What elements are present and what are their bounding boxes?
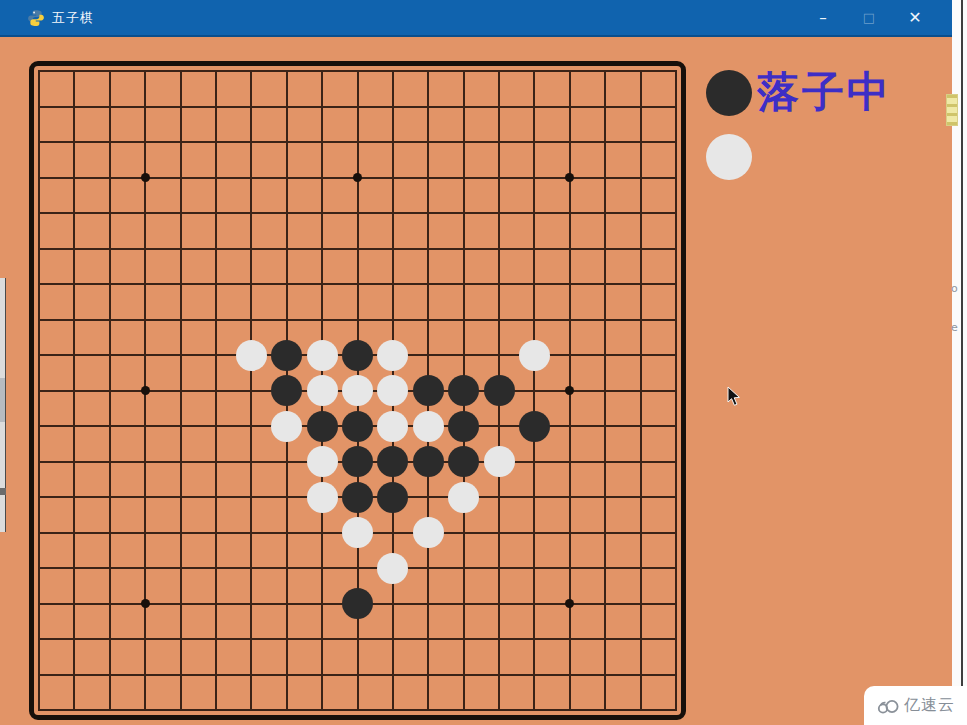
- board-cell[interactable]: [429, 179, 464, 215]
- board-cell[interactable]: [40, 321, 75, 357]
- board-cell[interactable]: [288, 640, 323, 676]
- maximize-button[interactable]: □: [846, 0, 892, 35]
- board-cell[interactable]: [465, 605, 500, 641]
- board-cell[interactable]: [288, 534, 323, 570]
- board-cell[interactable]: [217, 605, 252, 641]
- board-cell[interactable]: [288, 179, 323, 215]
- board-cell[interactable]: [394, 321, 429, 357]
- board-cell[interactable]: [288, 392, 323, 428]
- board-cell[interactable]: [535, 463, 570, 499]
- board-cell[interactable]: [323, 640, 358, 676]
- board-cell[interactable]: [359, 108, 394, 144]
- board-cell[interactable]: [288, 356, 323, 392]
- board-cell[interactable]: [465, 676, 500, 712]
- board-cell[interactable]: [535, 143, 570, 179]
- board-cell[interactable]: [606, 356, 641, 392]
- board-cell[interactable]: [571, 214, 606, 250]
- board-cell[interactable]: [288, 72, 323, 108]
- board-cell[interactable]: [40, 72, 75, 108]
- board-cell[interactable]: [642, 143, 677, 179]
- board-cell[interactable]: [146, 676, 181, 712]
- board-cell[interactable]: [182, 179, 217, 215]
- minimize-button[interactable]: –: [800, 0, 846, 35]
- board-cell[interactable]: [535, 676, 570, 712]
- board-cell[interactable]: [288, 108, 323, 144]
- board-cell[interactable]: [535, 640, 570, 676]
- board-cell[interactable]: [535, 250, 570, 286]
- board-cell[interactable]: [146, 321, 181, 357]
- board-cell[interactable]: [571, 179, 606, 215]
- board-cell[interactable]: [146, 605, 181, 641]
- board-cell[interactable]: [217, 463, 252, 499]
- board-cell[interactable]: [40, 179, 75, 215]
- board-cell[interactable]: [571, 321, 606, 357]
- board-cell[interactable]: [182, 676, 217, 712]
- board-cell[interactable]: [323, 72, 358, 108]
- board-cell[interactable]: [40, 569, 75, 605]
- board-cell[interactable]: [40, 427, 75, 463]
- board-cell[interactable]: [606, 640, 641, 676]
- board-cell[interactable]: [394, 392, 429, 428]
- board-cell[interactable]: [500, 569, 535, 605]
- board-cell[interactable]: [394, 250, 429, 286]
- board-cell[interactable]: [288, 605, 323, 641]
- board-cell[interactable]: [394, 569, 429, 605]
- board-cell[interactable]: [323, 463, 358, 499]
- board-cell[interactable]: [394, 605, 429, 641]
- board-cell[interactable]: [642, 534, 677, 570]
- board-cell[interactable]: [606, 72, 641, 108]
- board-cell[interactable]: [429, 427, 464, 463]
- board-cell[interactable]: [394, 534, 429, 570]
- board-cell[interactable]: [217, 676, 252, 712]
- board-cell[interactable]: [535, 285, 570, 321]
- board-cell[interactable]: [288, 569, 323, 605]
- board-cell[interactable]: [359, 72, 394, 108]
- board-cell[interactable]: [40, 143, 75, 179]
- board-cell[interactable]: [500, 463, 535, 499]
- board-cell[interactable]: [500, 534, 535, 570]
- board-cell[interactable]: [182, 427, 217, 463]
- board-cell[interactable]: [535, 605, 570, 641]
- board-cell[interactable]: [359, 427, 394, 463]
- python-icon[interactable]: [27, 9, 45, 27]
- board-cell[interactable]: [394, 640, 429, 676]
- board-cell[interactable]: [535, 392, 570, 428]
- board-cell[interactable]: [465, 214, 500, 250]
- board-cell[interactable]: [465, 534, 500, 570]
- board-cell[interactable]: [535, 569, 570, 605]
- board-cell[interactable]: [394, 214, 429, 250]
- board-cell[interactable]: [465, 321, 500, 357]
- board-cell[interactable]: [111, 676, 146, 712]
- board-cell[interactable]: [75, 321, 110, 357]
- board-cell[interactable]: [146, 427, 181, 463]
- board-cell[interactable]: [571, 108, 606, 144]
- board-cell[interactable]: [359, 498, 394, 534]
- board-cell[interactable]: [500, 214, 535, 250]
- board-cell[interactable]: [500, 285, 535, 321]
- board-cell[interactable]: [642, 285, 677, 321]
- board-cell[interactable]: [217, 179, 252, 215]
- board-cell[interactable]: [359, 356, 394, 392]
- board-cell[interactable]: [465, 569, 500, 605]
- board-cell[interactable]: [571, 356, 606, 392]
- board-cell[interactable]: [535, 214, 570, 250]
- board-cell[interactable]: [288, 321, 323, 357]
- board-cell[interactable]: [111, 214, 146, 250]
- board-cell[interactable]: [217, 392, 252, 428]
- board-cell[interactable]: [394, 498, 429, 534]
- board-cell[interactable]: [642, 392, 677, 428]
- board-cell[interactable]: [217, 321, 252, 357]
- board-cell[interactable]: [40, 356, 75, 392]
- board-cell[interactable]: [111, 108, 146, 144]
- board-cell[interactable]: [111, 463, 146, 499]
- board-cell[interactable]: [642, 250, 677, 286]
- board-cell[interactable]: [111, 72, 146, 108]
- board-cell[interactable]: [75, 534, 110, 570]
- board-cell[interactable]: [429, 676, 464, 712]
- board-cell[interactable]: [111, 143, 146, 179]
- board-cell[interactable]: [217, 143, 252, 179]
- board-cell[interactable]: [146, 179, 181, 215]
- board-cell[interactable]: [323, 569, 358, 605]
- board-cell[interactable]: [394, 108, 429, 144]
- board-cell[interactable]: [465, 640, 500, 676]
- board-cell[interactable]: [111, 569, 146, 605]
- board-cell[interactable]: [606, 676, 641, 712]
- board-cell[interactable]: [252, 640, 287, 676]
- board-cell[interactable]: [40, 463, 75, 499]
- board-cell[interactable]: [252, 534, 287, 570]
- board-cell[interactable]: [182, 534, 217, 570]
- board-cell[interactable]: [465, 498, 500, 534]
- board-cell[interactable]: [500, 605, 535, 641]
- board-cell[interactable]: [288, 463, 323, 499]
- board-cell[interactable]: [252, 108, 287, 144]
- board-cell[interactable]: [182, 321, 217, 357]
- board-cell[interactable]: [75, 143, 110, 179]
- board-cell[interactable]: [535, 179, 570, 215]
- board-cell[interactable]: [217, 285, 252, 321]
- board-cell[interactable]: [429, 498, 464, 534]
- board-cell[interactable]: [535, 534, 570, 570]
- board-cell[interactable]: [642, 356, 677, 392]
- board-cell[interactable]: [217, 356, 252, 392]
- board-cell[interactable]: [323, 498, 358, 534]
- board-cell[interactable]: [252, 250, 287, 286]
- board-cell[interactable]: [182, 72, 217, 108]
- board-cell[interactable]: [642, 108, 677, 144]
- board-cell[interactable]: [429, 569, 464, 605]
- board-cell[interactable]: [606, 321, 641, 357]
- board-cell[interactable]: [500, 108, 535, 144]
- board-cell[interactable]: [359, 321, 394, 357]
- board-cell[interactable]: [606, 179, 641, 215]
- board-cell[interactable]: [288, 214, 323, 250]
- board-cell[interactable]: [75, 250, 110, 286]
- board-cell[interactable]: [288, 676, 323, 712]
- board-cell[interactable]: [359, 463, 394, 499]
- board-cell[interactable]: [217, 427, 252, 463]
- board-cell[interactable]: [571, 72, 606, 108]
- board-cell[interactable]: [40, 392, 75, 428]
- board-cell[interactable]: [394, 285, 429, 321]
- board-cell[interactable]: [359, 640, 394, 676]
- board-cell[interactable]: [642, 569, 677, 605]
- board-cell[interactable]: [429, 392, 464, 428]
- board-cell[interactable]: [111, 356, 146, 392]
- board-cell[interactable]: [571, 285, 606, 321]
- board-cell[interactable]: [75, 392, 110, 428]
- board-cell[interactable]: [146, 250, 181, 286]
- board-cell[interactable]: [146, 72, 181, 108]
- board-cell[interactable]: [182, 143, 217, 179]
- board-cell[interactable]: [571, 427, 606, 463]
- board-cell[interactable]: [182, 605, 217, 641]
- board-cell[interactable]: [429, 108, 464, 144]
- board-cell[interactable]: [75, 285, 110, 321]
- board-cell[interactable]: [146, 640, 181, 676]
- board-cell[interactable]: [182, 285, 217, 321]
- board-cell[interactable]: [288, 427, 323, 463]
- board-cell[interactable]: [535, 321, 570, 357]
- board-cell[interactable]: [40, 605, 75, 641]
- board-cell[interactable]: [146, 108, 181, 144]
- board-cell[interactable]: [75, 569, 110, 605]
- board-cell[interactable]: [642, 676, 677, 712]
- board-cell[interactable]: [252, 179, 287, 215]
- board-cell[interactable]: [252, 285, 287, 321]
- board-cell[interactable]: [40, 534, 75, 570]
- board-cell[interactable]: [571, 534, 606, 570]
- board-cell[interactable]: [571, 640, 606, 676]
- board-cell[interactable]: [40, 640, 75, 676]
- board-cell[interactable]: [500, 392, 535, 428]
- board-cell[interactable]: [642, 427, 677, 463]
- board-cell[interactable]: [75, 463, 110, 499]
- board-cell[interactable]: [252, 569, 287, 605]
- board-cell[interactable]: [500, 72, 535, 108]
- board-cell[interactable]: [182, 214, 217, 250]
- board-cell[interactable]: [146, 569, 181, 605]
- board-cell[interactable]: [606, 214, 641, 250]
- board-cell[interactable]: [252, 605, 287, 641]
- board-cell[interactable]: [394, 179, 429, 215]
- board-cell[interactable]: [429, 214, 464, 250]
- board-cell[interactable]: [323, 676, 358, 712]
- board-cell[interactable]: [111, 321, 146, 357]
- board-cell[interactable]: [571, 569, 606, 605]
- board-cell[interactable]: [606, 392, 641, 428]
- board-cell[interactable]: [252, 356, 287, 392]
- board-cell[interactable]: [288, 250, 323, 286]
- board-cell[interactable]: [75, 605, 110, 641]
- board-cell[interactable]: [182, 640, 217, 676]
- board-cell[interactable]: [252, 72, 287, 108]
- board-cell[interactable]: [323, 108, 358, 144]
- close-button[interactable]: ✕: [892, 0, 938, 35]
- board-cell[interactable]: [252, 463, 287, 499]
- board-cell[interactable]: [465, 427, 500, 463]
- board-cell[interactable]: [465, 250, 500, 286]
- board-cell[interactable]: [606, 285, 641, 321]
- board-cell[interactable]: [288, 498, 323, 534]
- board-cell[interactable]: [323, 427, 358, 463]
- board-cell[interactable]: [465, 108, 500, 144]
- board-cell[interactable]: [75, 214, 110, 250]
- board-cell[interactable]: [500, 498, 535, 534]
- board-cell[interactable]: [606, 143, 641, 179]
- board-cell[interactable]: [500, 143, 535, 179]
- board-cell[interactable]: [111, 498, 146, 534]
- board-cell[interactable]: [40, 108, 75, 144]
- board-cell[interactable]: [429, 143, 464, 179]
- board-cell[interactable]: [500, 321, 535, 357]
- board-cell[interactable]: [359, 285, 394, 321]
- board-cell[interactable]: [75, 498, 110, 534]
- board-cell[interactable]: [606, 569, 641, 605]
- board-cell[interactable]: [75, 72, 110, 108]
- board-cell[interactable]: [535, 498, 570, 534]
- board-cell[interactable]: [571, 498, 606, 534]
- board-cell[interactable]: [146, 498, 181, 534]
- board-cell[interactable]: [111, 179, 146, 215]
- board-cell[interactable]: [75, 108, 110, 144]
- board-cell[interactable]: [465, 143, 500, 179]
- board-cell[interactable]: [642, 321, 677, 357]
- board-cell[interactable]: [465, 463, 500, 499]
- board-cell[interactable]: [111, 427, 146, 463]
- board-cell[interactable]: [182, 250, 217, 286]
- board-cell[interactable]: [252, 676, 287, 712]
- board-cell[interactable]: [146, 463, 181, 499]
- board-cell[interactable]: [606, 250, 641, 286]
- board-cell[interactable]: [75, 640, 110, 676]
- board-cell[interactable]: [606, 498, 641, 534]
- board-cell[interactable]: [535, 427, 570, 463]
- board-cell[interactable]: [465, 72, 500, 108]
- board-cell[interactable]: [394, 427, 429, 463]
- board-cell[interactable]: [465, 356, 500, 392]
- board-cell[interactable]: [182, 356, 217, 392]
- board-cell[interactable]: [323, 179, 358, 215]
- board-cell[interactable]: [288, 285, 323, 321]
- board-cell[interactable]: [606, 427, 641, 463]
- board-cell[interactable]: [111, 640, 146, 676]
- board-cell[interactable]: [429, 463, 464, 499]
- board-cell[interactable]: [359, 250, 394, 286]
- board-cell[interactable]: [359, 214, 394, 250]
- board-cell[interactable]: [571, 143, 606, 179]
- board-cell[interactable]: [429, 72, 464, 108]
- board-cell[interactable]: [40, 250, 75, 286]
- board-cell[interactable]: [217, 108, 252, 144]
- board-cell[interactable]: [606, 534, 641, 570]
- board-cell[interactable]: [571, 605, 606, 641]
- board-cell[interactable]: [111, 392, 146, 428]
- board-cell[interactable]: [571, 676, 606, 712]
- board-cell[interactable]: [323, 534, 358, 570]
- gomoku-board[interactable]: [29, 61, 686, 720]
- board-cell[interactable]: [217, 640, 252, 676]
- board-cell[interactable]: [252, 321, 287, 357]
- board-cell[interactable]: [323, 285, 358, 321]
- board-cell[interactable]: [642, 463, 677, 499]
- board-cell[interactable]: [252, 143, 287, 179]
- board-cell[interactable]: [606, 605, 641, 641]
- board-cell[interactable]: [642, 72, 677, 108]
- board-cell[interactable]: [500, 250, 535, 286]
- board-cell[interactable]: [146, 534, 181, 570]
- board-cell[interactable]: [146, 214, 181, 250]
- board-cell[interactable]: [111, 534, 146, 570]
- board-cell[interactable]: [429, 250, 464, 286]
- board-cell[interactable]: [500, 179, 535, 215]
- board-cell[interactable]: [40, 676, 75, 712]
- board-cell[interactable]: [429, 640, 464, 676]
- board-cell[interactable]: [40, 498, 75, 534]
- board-cell[interactable]: [571, 250, 606, 286]
- board-cell[interactable]: [75, 179, 110, 215]
- board-cell[interactable]: [217, 569, 252, 605]
- board-cell[interactable]: [394, 676, 429, 712]
- board-cell[interactable]: [217, 498, 252, 534]
- board-cell[interactable]: [359, 534, 394, 570]
- board-cell[interactable]: [40, 214, 75, 250]
- board-cell[interactable]: [182, 108, 217, 144]
- board-cell[interactable]: [394, 463, 429, 499]
- board-cell[interactable]: [252, 214, 287, 250]
- board-cell[interactable]: [429, 356, 464, 392]
- board-cell[interactable]: [500, 676, 535, 712]
- board-cell[interactable]: [465, 179, 500, 215]
- board-cell[interactable]: [111, 250, 146, 286]
- board-cell[interactable]: [465, 392, 500, 428]
- board-cell[interactable]: [182, 463, 217, 499]
- board-cell[interactable]: [182, 498, 217, 534]
- board-cell[interactable]: [323, 214, 358, 250]
- board-cell[interactable]: [217, 214, 252, 250]
- board-cell[interactable]: [359, 179, 394, 215]
- board-cell[interactable]: [217, 534, 252, 570]
- board-cell[interactable]: [323, 250, 358, 286]
- board-cell[interactable]: [252, 498, 287, 534]
- board-cell[interactable]: [323, 392, 358, 428]
- board-cell[interactable]: [359, 605, 394, 641]
- board-cell[interactable]: [642, 498, 677, 534]
- board-cell[interactable]: [146, 285, 181, 321]
- board-cell[interactable]: [359, 392, 394, 428]
- board-cell[interactable]: [500, 356, 535, 392]
- board-cell[interactable]: [252, 427, 287, 463]
- board-cell[interactable]: [642, 179, 677, 215]
- board-cell[interactable]: [429, 605, 464, 641]
- board-cell[interactable]: [465, 285, 500, 321]
- board-cell[interactable]: [146, 356, 181, 392]
- board-cell[interactable]: [642, 605, 677, 641]
- board-cell[interactable]: [75, 356, 110, 392]
- board-cell[interactable]: [40, 285, 75, 321]
- board-cell[interactable]: [217, 72, 252, 108]
- board-cell[interactable]: [642, 640, 677, 676]
- board-cell[interactable]: [75, 427, 110, 463]
- board-cell[interactable]: [535, 72, 570, 108]
- board-cell[interactable]: [394, 356, 429, 392]
- board-cell[interactable]: [252, 392, 287, 428]
- board-cell[interactable]: [323, 143, 358, 179]
